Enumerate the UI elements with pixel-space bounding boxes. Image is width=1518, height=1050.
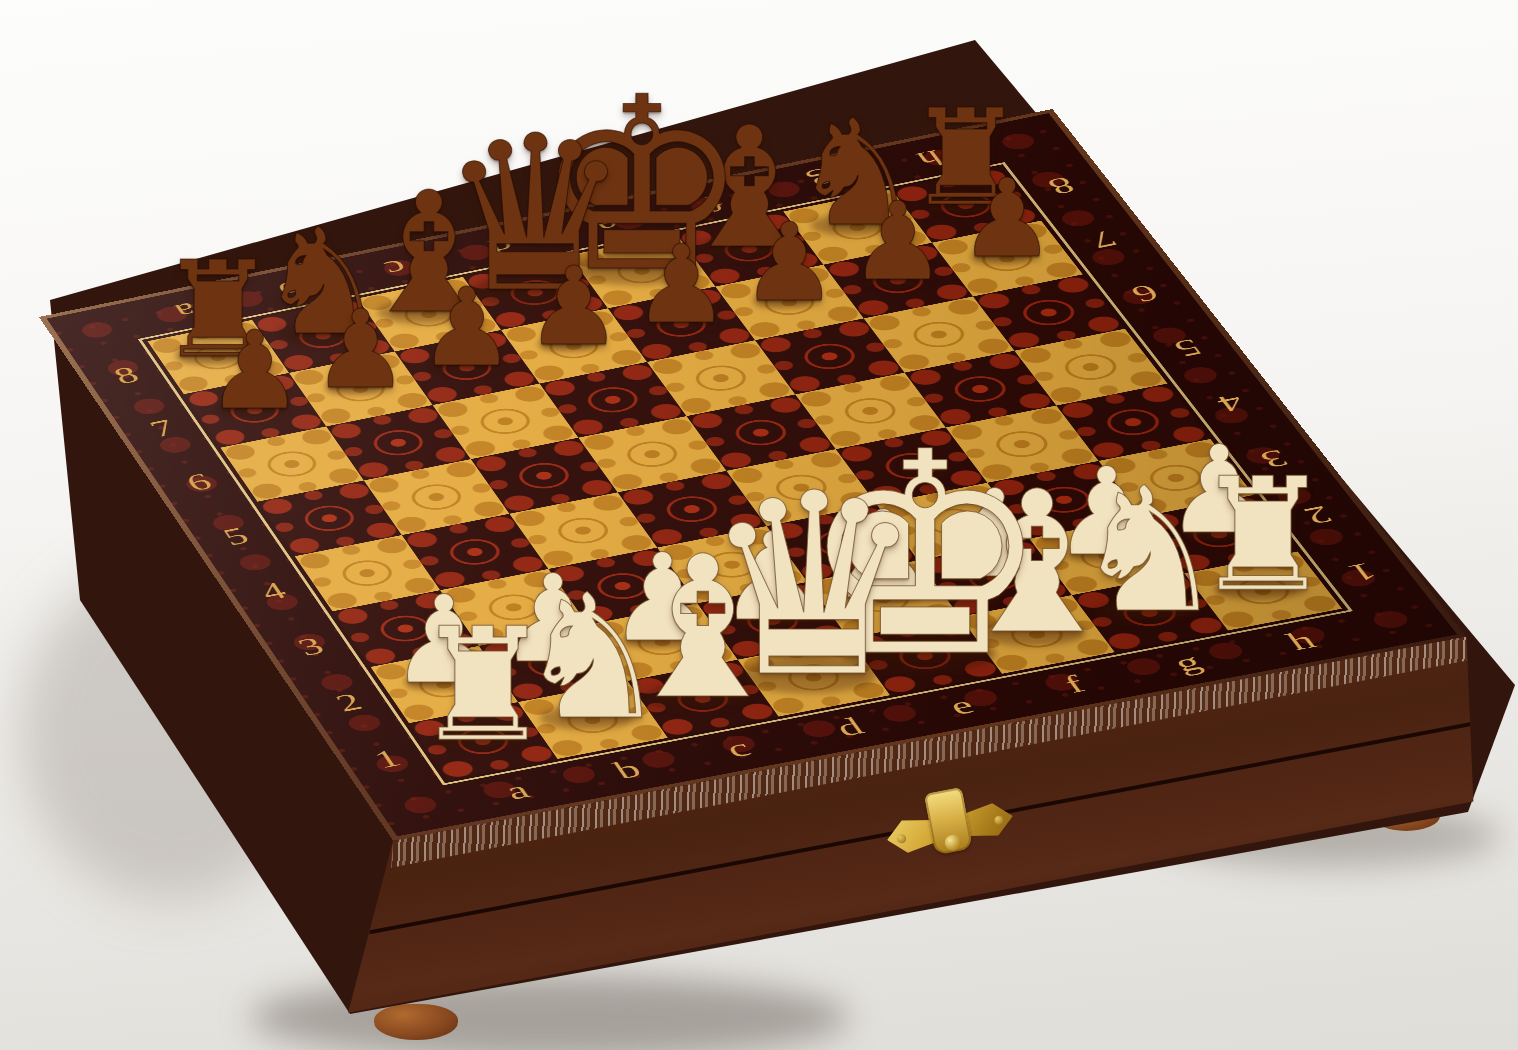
piece-black-pawn-h7[interactable]: ♟ xyxy=(959,165,1056,273)
piece-black-pawn-b7[interactable]: ♟ xyxy=(312,296,409,404)
pieces-layer: ♜♞♝♛♚♝♞♜♟♟♟♟♟♟♟♟♟♟♟♟♟♟♟♟♜♞♝♛♚♝♞♜ xyxy=(0,0,1518,1050)
piece-black-pawn-e7[interactable]: ♟ xyxy=(633,231,730,339)
piece-black-pawn-c7[interactable]: ♟ xyxy=(418,274,515,382)
piece-white-rook-a1[interactable]: ♜ xyxy=(413,607,553,763)
piece-black-pawn-d7[interactable]: ♟ xyxy=(525,253,622,361)
chess-set-photo: 8877665544332211aabbccddeeffgghh ♜♞♝♛♚♝♞… xyxy=(0,0,1518,1050)
piece-black-pawn-f7[interactable]: ♟ xyxy=(741,209,838,317)
piece-black-pawn-a7[interactable]: ♟ xyxy=(206,317,303,425)
piece-black-pawn-g7[interactable]: ♟ xyxy=(849,187,946,295)
